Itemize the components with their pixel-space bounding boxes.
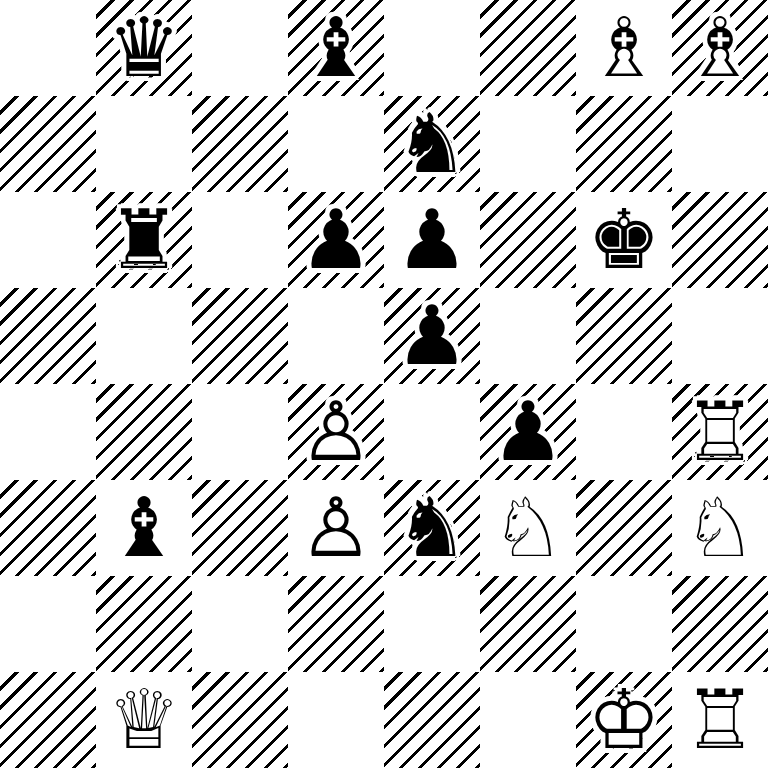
- piece-glyph: ♙: [288, 384, 384, 480]
- piece-glyph: ♞: [384, 96, 480, 192]
- square-c4[interactable]: [192, 384, 288, 480]
- square-f6[interactable]: [480, 192, 576, 288]
- square-b5[interactable]: [96, 288, 192, 384]
- square-h4[interactable]: ♜♖: [672, 384, 768, 480]
- piece-white-rook[interactable]: ♜♖: [672, 672, 768, 768]
- square-f7[interactable]: [480, 96, 576, 192]
- piece-black-bishop[interactable]: ♝♝: [96, 480, 192, 576]
- piece-white-rook[interactable]: ♜♖: [672, 384, 768, 480]
- square-b2[interactable]: [96, 576, 192, 672]
- piece-white-queen[interactable]: ♛♕: [96, 672, 192, 768]
- square-f1[interactable]: [480, 672, 576, 768]
- square-b3[interactable]: ♝♝: [96, 480, 192, 576]
- square-c5[interactable]: [192, 288, 288, 384]
- square-g2[interactable]: [576, 576, 672, 672]
- piece-glyph: ♙: [288, 480, 384, 576]
- piece-glyph: ♘: [672, 480, 768, 576]
- piece-white-bishop[interactable]: ♝♗: [672, 0, 768, 96]
- square-g8[interactable]: ♝♗: [576, 0, 672, 96]
- square-c8[interactable]: [192, 0, 288, 96]
- square-c1[interactable]: [192, 672, 288, 768]
- square-h1[interactable]: ♜♖: [672, 672, 768, 768]
- square-c7[interactable]: [192, 96, 288, 192]
- square-a2[interactable]: [0, 576, 96, 672]
- square-a4[interactable]: [0, 384, 96, 480]
- piece-white-knight[interactable]: ♞♘: [672, 480, 768, 576]
- square-g7[interactable]: [576, 96, 672, 192]
- piece-glyph: ♝: [96, 480, 192, 576]
- square-b7[interactable]: [96, 96, 192, 192]
- square-f2[interactable]: [480, 576, 576, 672]
- piece-white-pawn[interactable]: ♟♙: [288, 384, 384, 480]
- piece-glyph: ♞: [384, 480, 480, 576]
- square-f8[interactable]: [480, 0, 576, 96]
- square-d5[interactable]: [288, 288, 384, 384]
- piece-black-queen[interactable]: ♛♛: [96, 0, 192, 96]
- square-d6[interactable]: ♟♟: [288, 192, 384, 288]
- square-h6[interactable]: [672, 192, 768, 288]
- piece-glyph: ♜: [96, 192, 192, 288]
- square-b6[interactable]: ♜♜: [96, 192, 192, 288]
- square-e3[interactable]: ♞♞: [384, 480, 480, 576]
- square-h3[interactable]: ♞♘: [672, 480, 768, 576]
- piece-black-bishop[interactable]: ♝♝: [288, 0, 384, 96]
- square-d3[interactable]: ♟♙: [288, 480, 384, 576]
- piece-glyph: ♝: [288, 0, 384, 96]
- square-g6[interactable]: ♚♚: [576, 192, 672, 288]
- square-e1[interactable]: [384, 672, 480, 768]
- square-b1[interactable]: ♛♕: [96, 672, 192, 768]
- square-g4[interactable]: [576, 384, 672, 480]
- piece-glyph: ♕: [96, 672, 192, 768]
- piece-glyph: ♔: [576, 672, 672, 768]
- square-a8[interactable]: [0, 0, 96, 96]
- chess-diagram: ♛♛♝♝♝♗♝♗♞♞♜♜♟♟♟♟♚♚♟♟♟♙♟♟♜♖♝♝♟♙♞♞♞♘♞♘♛♕♚♔…: [0, 0, 768, 768]
- piece-white-bishop[interactable]: ♝♗: [576, 0, 672, 96]
- square-h7[interactable]: [672, 96, 768, 192]
- square-g1[interactable]: ♚♔: [576, 672, 672, 768]
- chess-board: ♛♛♝♝♝♗♝♗♞♞♜♜♟♟♟♟♚♚♟♟♟♙♟♟♜♖♝♝♟♙♞♞♞♘♞♘♛♕♚♔…: [0, 0, 768, 768]
- piece-glyph: ♖: [672, 672, 768, 768]
- piece-glyph: ♘: [480, 480, 576, 576]
- square-b4[interactable]: [96, 384, 192, 480]
- piece-glyph: ♖: [672, 384, 768, 480]
- square-e8[interactable]: [384, 0, 480, 96]
- square-e2[interactable]: [384, 576, 480, 672]
- piece-white-king[interactable]: ♚♔: [576, 672, 672, 768]
- piece-white-pawn[interactable]: ♟♙: [288, 480, 384, 576]
- piece-black-knight[interactable]: ♞♞: [384, 96, 480, 192]
- square-d8[interactable]: ♝♝: [288, 0, 384, 96]
- square-d4[interactable]: ♟♙: [288, 384, 384, 480]
- square-e4[interactable]: [384, 384, 480, 480]
- square-g5[interactable]: [576, 288, 672, 384]
- piece-glyph: ♗: [576, 0, 672, 96]
- piece-black-rook[interactable]: ♜♜: [96, 192, 192, 288]
- square-d1[interactable]: [288, 672, 384, 768]
- piece-black-king[interactable]: ♚♚: [576, 192, 672, 288]
- piece-black-knight[interactable]: ♞♞: [384, 480, 480, 576]
- square-h8[interactable]: ♝♗: [672, 0, 768, 96]
- piece-black-pawn[interactable]: ♟♟: [384, 192, 480, 288]
- piece-glyph: ♟: [384, 192, 480, 288]
- square-c2[interactable]: [192, 576, 288, 672]
- square-a5[interactable]: [0, 288, 96, 384]
- square-e7[interactable]: ♞♞: [384, 96, 480, 192]
- piece-black-pawn[interactable]: ♟♟: [288, 192, 384, 288]
- square-a3[interactable]: [0, 480, 96, 576]
- piece-glyph: ♟: [480, 384, 576, 480]
- square-f5[interactable]: [480, 288, 576, 384]
- square-e5[interactable]: ♟♟: [384, 288, 480, 384]
- piece-glyph: ♚: [576, 192, 672, 288]
- square-h2[interactable]: [672, 576, 768, 672]
- square-b8[interactable]: ♛♛: [96, 0, 192, 96]
- piece-glyph: ♟: [288, 192, 384, 288]
- square-a1[interactable]: [0, 672, 96, 768]
- piece-black-pawn[interactable]: ♟♟: [384, 288, 480, 384]
- square-a7[interactable]: [0, 96, 96, 192]
- square-h5[interactable]: [672, 288, 768, 384]
- square-a6[interactable]: [0, 192, 96, 288]
- square-c6[interactable]: [192, 192, 288, 288]
- piece-glyph: ♗: [672, 0, 768, 96]
- square-c3[interactable]: [192, 480, 288, 576]
- square-d7[interactable]: [288, 96, 384, 192]
- piece-glyph: ♛: [96, 0, 192, 96]
- square-f3[interactable]: ♞♘: [480, 480, 576, 576]
- square-d2[interactable]: [288, 576, 384, 672]
- piece-black-pawn[interactable]: ♟♟: [480, 384, 576, 480]
- square-e6[interactable]: ♟♟: [384, 192, 480, 288]
- square-g3[interactable]: [576, 480, 672, 576]
- piece-glyph: ♟: [384, 288, 480, 384]
- piece-white-knight[interactable]: ♞♘: [480, 480, 576, 576]
- square-f4[interactable]: ♟♟: [480, 384, 576, 480]
